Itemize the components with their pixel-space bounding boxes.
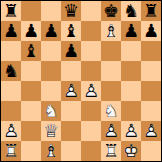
white-rook[interactable]: ♖ xyxy=(101,141,121,161)
black-knight[interactable]: ♞ xyxy=(1,61,21,81)
square-d7[interactable]: ♝ xyxy=(61,21,81,41)
black-pawn[interactable]: ♟ xyxy=(61,41,81,61)
square-d8[interactable]: ♛ xyxy=(61,1,81,21)
white-knight-fill: ♞ xyxy=(41,101,61,121)
square-b8[interactable] xyxy=(21,1,41,21)
square-h6[interactable] xyxy=(141,41,161,61)
white-pawn-fill: ♟ xyxy=(121,121,141,141)
square-g3[interactable] xyxy=(121,101,141,121)
square-h1[interactable] xyxy=(141,141,161,161)
square-h4[interactable] xyxy=(141,81,161,101)
white-rook[interactable]: ♖ xyxy=(1,141,21,161)
square-h8[interactable]: ♜ xyxy=(141,1,161,21)
square-d1[interactable] xyxy=(61,141,81,161)
square-b2[interactable] xyxy=(21,121,41,141)
black-rook[interactable]: ♜ xyxy=(1,1,21,21)
square-c1[interactable]: ♝♗ xyxy=(41,141,61,161)
black-pawn[interactable]: ♟ xyxy=(141,21,161,41)
square-a2[interactable]: ♟♙ xyxy=(1,121,21,141)
white-queen[interactable]: ♕ xyxy=(41,121,61,141)
square-d6[interactable]: ♟ xyxy=(61,41,81,61)
square-e1[interactable] xyxy=(81,141,101,161)
white-pawn[interactable]: ♙ xyxy=(81,81,101,101)
square-a8[interactable]: ♜ xyxy=(1,1,21,21)
square-d2[interactable] xyxy=(61,121,81,141)
square-f3[interactable]: ♞♘ xyxy=(101,101,121,121)
square-f2[interactable]: ♟♙ xyxy=(101,121,121,141)
black-pawn[interactable]: ♟ xyxy=(121,21,141,41)
square-c3[interactable]: ♞♘ xyxy=(41,101,61,121)
chess-diagram: ♜♛♚♞♜♟♟♟♝♝♗♟♟♝♟♞♟♙♟♙♞♘♞♘♟♙♛♕♟♙♟♙♟♙♜♖♝♗♜♖… xyxy=(0,0,162,162)
square-g1[interactable]: ♚♔ xyxy=(121,141,141,161)
square-c4[interactable] xyxy=(41,81,61,101)
square-b5[interactable] xyxy=(21,61,41,81)
square-c7[interactable]: ♟ xyxy=(41,21,61,41)
square-f6[interactable] xyxy=(101,41,121,61)
square-b1[interactable] xyxy=(21,141,41,161)
white-knight[interactable]: ♘ xyxy=(41,101,61,121)
square-g4[interactable] xyxy=(121,81,141,101)
white-king-fill: ♚ xyxy=(121,141,141,161)
white-pawn[interactable]: ♙ xyxy=(101,121,121,141)
white-rook-fill: ♜ xyxy=(101,141,121,161)
black-king[interactable]: ♚ xyxy=(101,1,121,21)
square-e3[interactable] xyxy=(81,101,101,121)
white-pawn-fill: ♟ xyxy=(141,121,161,141)
white-bishop[interactable]: ♗ xyxy=(101,21,121,41)
square-g2[interactable]: ♟♙ xyxy=(121,121,141,141)
black-pawn[interactable]: ♟ xyxy=(41,21,61,41)
black-bishop[interactable]: ♝ xyxy=(61,21,81,41)
square-e4[interactable]: ♟♙ xyxy=(81,81,101,101)
square-e2[interactable] xyxy=(81,121,101,141)
white-pawn[interactable]: ♙ xyxy=(121,121,141,141)
white-pawn[interactable]: ♙ xyxy=(61,81,81,101)
white-pawn-fill: ♟ xyxy=(101,121,121,141)
square-c2[interactable]: ♛♕ xyxy=(41,121,61,141)
black-pawn[interactable]: ♟ xyxy=(1,21,21,41)
square-b3[interactable] xyxy=(21,101,41,121)
square-c6[interactable] xyxy=(41,41,61,61)
white-rook-fill: ♜ xyxy=(1,141,21,161)
black-rook[interactable]: ♜ xyxy=(141,1,161,21)
black-pawn[interactable]: ♟ xyxy=(21,21,41,41)
black-bishop[interactable]: ♝ xyxy=(21,41,41,61)
white-knight[interactable]: ♘ xyxy=(101,101,121,121)
square-a6[interactable] xyxy=(1,41,21,61)
square-d4[interactable]: ♟♙ xyxy=(61,81,81,101)
white-bishop-fill: ♝ xyxy=(101,21,121,41)
square-b4[interactable] xyxy=(21,81,41,101)
black-queen[interactable]: ♛ xyxy=(61,1,81,21)
chess-board: ♜♛♚♞♜♟♟♟♝♝♗♟♟♝♟♞♟♙♟♙♞♘♞♘♟♙♛♕♟♙♟♙♟♙♜♖♝♗♜♖… xyxy=(0,0,162,162)
square-h3[interactable] xyxy=(141,101,161,121)
square-h5[interactable] xyxy=(141,61,161,81)
white-knight-fill: ♞ xyxy=(101,101,121,121)
white-pawn[interactable]: ♙ xyxy=(141,121,161,141)
white-pawn-fill: ♟ xyxy=(81,81,101,101)
square-h7[interactable]: ♟ xyxy=(141,21,161,41)
white-bishop[interactable]: ♗ xyxy=(41,141,61,161)
white-king[interactable]: ♔ xyxy=(121,141,141,161)
square-c5[interactable] xyxy=(41,61,61,81)
square-d5[interactable] xyxy=(61,61,81,81)
square-c8[interactable] xyxy=(41,1,61,21)
square-g7[interactable]: ♟ xyxy=(121,21,141,41)
square-a4[interactable] xyxy=(1,81,21,101)
square-f7[interactable]: ♝♗ xyxy=(101,21,121,41)
black-knight[interactable]: ♞ xyxy=(121,1,141,21)
square-h2[interactable]: ♟♙ xyxy=(141,121,161,141)
square-e8[interactable] xyxy=(81,1,101,21)
square-g8[interactable]: ♞ xyxy=(121,1,141,21)
square-f5[interactable] xyxy=(101,61,121,81)
white-queen-fill: ♛ xyxy=(41,121,61,141)
square-f1[interactable]: ♜♖ xyxy=(101,141,121,161)
square-a5[interactable]: ♞ xyxy=(1,61,21,81)
square-b7[interactable]: ♟ xyxy=(21,21,41,41)
white-pawn-fill: ♟ xyxy=(1,121,21,141)
square-e5[interactable] xyxy=(81,61,101,81)
square-g6[interactable] xyxy=(121,41,141,61)
square-a1[interactable]: ♜♖ xyxy=(1,141,21,161)
square-g5[interactable] xyxy=(121,61,141,81)
square-e6[interactable] xyxy=(81,41,101,61)
square-e7[interactable] xyxy=(81,21,101,41)
white-bishop-fill: ♝ xyxy=(41,141,61,161)
square-a3[interactable] xyxy=(1,101,21,121)
square-f4[interactable] xyxy=(101,81,121,101)
white-pawn-fill: ♟ xyxy=(61,81,81,101)
square-d3[interactable] xyxy=(61,101,81,121)
square-a7[interactable]: ♟ xyxy=(1,21,21,41)
square-f8[interactable]: ♚ xyxy=(101,1,121,21)
square-b6[interactable]: ♝ xyxy=(21,41,41,61)
white-pawn[interactable]: ♙ xyxy=(1,121,21,141)
